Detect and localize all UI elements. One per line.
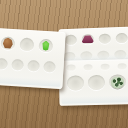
- scene: [0, 0, 128, 128]
- tray-left: [0, 28, 66, 89]
- pit-left-r1c1[interactable]: [1, 36, 16, 50]
- tray-bottom-right: [58, 59, 128, 106]
- green-gem-stone[interactable]: [41, 40, 51, 51]
- pit-top-right-r1c2[interactable]: [82, 34, 94, 44]
- pit-bottom-right-r2c1[interactable]: [67, 75, 84, 90]
- purple-gem-stone[interactable]: [82, 35, 94, 43]
- pit-left-r1c3[interactable]: [38, 39, 53, 53]
- pit-bottom-right-r2c2[interactable]: [88, 75, 105, 90]
- pit-left-r1c2[interactable]: [19, 37, 34, 51]
- amber-gem-stone[interactable]: [3, 37, 14, 49]
- green-speckled-stone-stone[interactable]: [111, 76, 124, 88]
- pit-top-right-r2c4[interactable]: [114, 50, 126, 59]
- pit-top-right-r2c3[interactable]: [97, 51, 109, 60]
- pit-left-r2c3[interactable]: [27, 60, 40, 72]
- pit-left-r2c2[interactable]: [11, 59, 24, 71]
- pit-left-r2c1[interactable]: [0, 58, 8, 70]
- pit-bottom-right-r2c3[interactable]: [109, 74, 126, 89]
- pit-left-r2c4[interactable]: [43, 61, 56, 73]
- pit-top-right-r1c4[interactable]: [116, 33, 128, 43]
- pit-top-right-r1c1[interactable]: [65, 35, 77, 45]
- pit-top-right-r1c3[interactable]: [99, 33, 111, 43]
